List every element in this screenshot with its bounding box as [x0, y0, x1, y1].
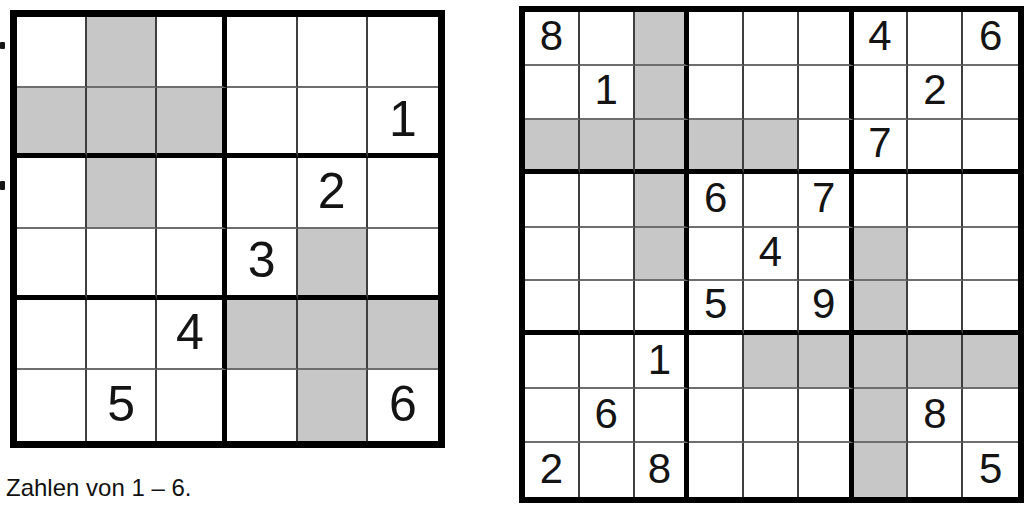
left-6x6-cell-r3c1[interactable] [17, 158, 87, 229]
right-9x9-cell-r1c4[interactable] [689, 12, 744, 66]
left-6x6-cell-r5c3[interactable]: 4 [157, 300, 227, 371]
left-6x6-cell-r6c2[interactable]: 5 [87, 370, 157, 441]
left-6x6-cell-r1c4[interactable] [227, 17, 297, 88]
left-6x6-cell-r1c1[interactable] [17, 17, 87, 88]
left-6x6-cell-r5c5[interactable] [298, 300, 368, 371]
right-9x9-cell-r3c3[interactable] [635, 120, 690, 174]
right-9x9-cell-r6c7[interactable] [854, 281, 909, 335]
left-6x6-cell-r6c5[interactable] [298, 370, 368, 441]
right-9x9-cell-r5c2[interactable] [580, 228, 635, 282]
right-9x9-cell-r9c8[interactable] [908, 443, 963, 497]
right-9x9-cell-r9c6[interactable] [799, 443, 854, 497]
right-9x9-cell-r9c5[interactable] [744, 443, 799, 497]
left-6x6-cell-r4c5[interactable] [298, 229, 368, 300]
left-6x6-cell-r1c5[interactable] [298, 17, 368, 88]
left-6x6-cell-r4c4[interactable]: 3 [227, 229, 297, 300]
left-6x6-cell-r3c3[interactable] [157, 158, 227, 229]
right-9x9-cell-r7c9[interactable] [963, 335, 1018, 389]
right-9x9-cell-r9c2[interactable] [580, 443, 635, 497]
left-6x6-cell-r1c2[interactable] [87, 17, 157, 88]
right-9x9-cell-r3c5[interactable] [744, 120, 799, 174]
right-9x9-cell-r2c3[interactable] [635, 66, 690, 120]
left-6x6-cell-r3c5[interactable]: 2 [298, 158, 368, 229]
left-6x6-cell-r4c3[interactable] [157, 229, 227, 300]
right-9x9-cell-r6c8[interactable] [908, 281, 963, 335]
right-9x9-cell-r2c7[interactable] [854, 66, 909, 120]
right-9x9-cell-r2c8[interactable]: 2 [908, 66, 963, 120]
left-6x6-cell-r3c4[interactable] [227, 158, 297, 229]
right-9x9-cell-r2c6[interactable] [799, 66, 854, 120]
left-6x6-cell-r2c6[interactable]: 1 [368, 88, 438, 159]
right-9x9-cell-r1c7[interactable]: 4 [854, 12, 909, 66]
left-6x6-cell-r2c4[interactable] [227, 88, 297, 159]
right-9x9-cell-r6c4[interactable]: 5 [689, 281, 744, 335]
right-9x9-cell-r4c3[interactable] [635, 174, 690, 228]
right-9x9-cell-r5c8[interactable] [908, 228, 963, 282]
right-9x9-cell-r1c9[interactable]: 6 [963, 12, 1018, 66]
right-9x9-cell-r5c5[interactable]: 4 [744, 228, 799, 282]
right-9x9-cell-r9c1[interactable]: 2 [525, 443, 580, 497]
sudoku-9x9-board: 84612767459168285 [519, 6, 1024, 503]
left-6x6-cell-r4c6[interactable] [368, 229, 438, 300]
left-6x6-cell-r1c3[interactable] [157, 17, 227, 88]
right-9x9-cell-r5c4[interactable] [689, 228, 744, 282]
right-9x9-cell-r8c1[interactable] [525, 389, 580, 443]
right-9x9-cell-r7c1[interactable] [525, 335, 580, 389]
right-9x9-cell-r1c6[interactable] [799, 12, 854, 66]
right-9x9-cell-r1c1[interactable]: 8 [525, 12, 580, 66]
right-9x9-cell-r8c8[interactable]: 8 [908, 389, 963, 443]
right-9x9-cell-r3c8[interactable] [908, 120, 963, 174]
left-6x6-cell-r2c3[interactable] [157, 88, 227, 159]
right-9x9-cell-r9c4[interactable] [689, 443, 744, 497]
right-9x9-cell-r3c1[interactable] [525, 120, 580, 174]
right-9x9-cell-r3c7[interactable]: 7 [854, 120, 909, 174]
left-6x6-cell-r2c2[interactable] [87, 88, 157, 159]
right-9x9-cell-r8c2[interactable]: 6 [580, 389, 635, 443]
instruction-caption: Zahlen von 1 – 6. [6, 474, 191, 502]
right-9x9-cell-r5c3[interactable] [635, 228, 690, 282]
right-9x9-cell-r4c4[interactable]: 6 [689, 174, 744, 228]
left-6x6-cell-r5c1[interactable] [17, 300, 87, 371]
right-9x9-cell-r7c8[interactable] [908, 335, 963, 389]
right-9x9-cell-r8c4[interactable] [689, 389, 744, 443]
right-9x9-cell-r8c6[interactable] [799, 389, 854, 443]
right-9x9-cell-r6c9[interactable] [963, 281, 1018, 335]
right-9x9-cell-r7c2[interactable] [580, 335, 635, 389]
right-9x9-cell-r6c5[interactable] [744, 281, 799, 335]
left-6x6-cell-r5c4[interactable] [227, 300, 297, 371]
right-9x9-cell-r2c4[interactable] [689, 66, 744, 120]
left-6x6-cell-r3c6[interactable] [368, 158, 438, 229]
right-9x9-cell-r3c6[interactable] [799, 120, 854, 174]
right-9x9-cell-r6c3[interactable] [635, 281, 690, 335]
page-edge-mark-icon [0, 181, 5, 190]
right-9x9-cell-r3c4[interactable] [689, 120, 744, 174]
sudoku-6x6-board: 123456 [10, 10, 445, 448]
right-9x9-cell-r2c9[interactable] [963, 66, 1018, 120]
right-9x9-cell-r6c2[interactable] [580, 281, 635, 335]
left-6x6-cell-r1c6[interactable] [368, 17, 438, 88]
right-9x9-cell-r5c1[interactable] [525, 228, 580, 282]
right-9x9-cell-r4c1[interactable] [525, 174, 580, 228]
right-9x9-cell-r4c5[interactable] [744, 174, 799, 228]
right-9x9-cell-r2c1[interactable] [525, 66, 580, 120]
right-9x9-cell-r7c7[interactable] [854, 335, 909, 389]
left-6x6-cell-r2c5[interactable] [298, 88, 368, 159]
right-9x9-cell-r2c5[interactable] [744, 66, 799, 120]
left-6x6-cell-r6c4[interactable] [227, 370, 297, 441]
right-9x9-cell-r6c6[interactable]: 9 [799, 281, 854, 335]
right-9x9-cell-r9c9[interactable]: 5 [963, 443, 1018, 497]
left-6x6-cell-r6c1[interactable] [17, 370, 87, 441]
right-9x9-cell-r3c2[interactable] [580, 120, 635, 174]
left-6x6-cell-r5c2[interactable] [87, 300, 157, 371]
left-6x6-cell-r6c6[interactable]: 6 [368, 370, 438, 441]
right-9x9-cell-r1c5[interactable] [744, 12, 799, 66]
right-9x9-cell-r4c7[interactable] [854, 174, 909, 228]
right-9x9-cell-r4c9[interactable] [963, 174, 1018, 228]
right-9x9-cell-r3c9[interactable] [963, 120, 1018, 174]
right-9x9-cell-r9c3[interactable]: 8 [635, 443, 690, 497]
right-9x9-cell-r8c9[interactable] [963, 389, 1018, 443]
left-6x6-cell-r4c1[interactable] [17, 229, 87, 300]
right-9x9-cell-r2c2[interactable]: 1 [580, 66, 635, 120]
right-9x9-cell-r6c1[interactable] [525, 281, 580, 335]
right-9x9-cell-r7c5[interactable] [744, 335, 799, 389]
right-9x9-cell-r5c6[interactable] [799, 228, 854, 282]
left-6x6-cell-r6c3[interactable] [157, 370, 227, 441]
right-9x9-cell-r4c8[interactable] [908, 174, 963, 228]
left-6x6-cell-r2c1[interactable] [17, 88, 87, 159]
right-9x9-cell-r1c2[interactable] [580, 12, 635, 66]
right-9x9-cell-r8c3[interactable] [635, 389, 690, 443]
page-edge-mark-icon [0, 42, 5, 49]
right-9x9-cell-r5c7[interactable] [854, 228, 909, 282]
right-9x9-cell-r1c8[interactable] [908, 12, 963, 66]
left-6x6-cell-r3c2[interactable] [87, 158, 157, 229]
left-6x6-cell-r4c2[interactable] [87, 229, 157, 300]
right-9x9-cell-r7c3[interactable]: 1 [635, 335, 690, 389]
right-9x9-cell-r8c5[interactable] [744, 389, 799, 443]
left-6x6-cell-r5c6[interactable] [368, 300, 438, 371]
right-9x9-cell-r8c7[interactable] [854, 389, 909, 443]
right-9x9-cell-r1c3[interactable] [635, 12, 690, 66]
right-9x9-cell-r4c6[interactable]: 7 [799, 174, 854, 228]
right-9x9-cell-r4c2[interactable] [580, 174, 635, 228]
right-9x9-cell-r9c7[interactable] [854, 443, 909, 497]
right-9x9-cell-r5c9[interactable] [963, 228, 1018, 282]
right-9x9-cell-r7c6[interactable] [799, 335, 854, 389]
right-9x9-cell-r7c4[interactable] [689, 335, 744, 389]
